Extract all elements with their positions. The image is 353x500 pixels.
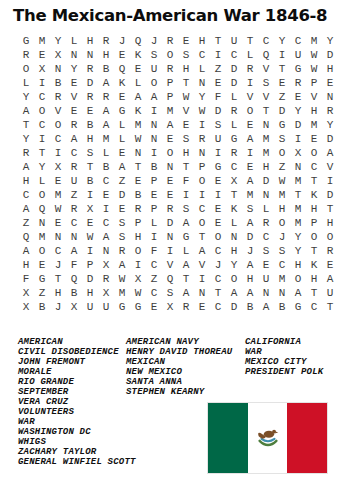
grid-cell[interactable]: Y bbox=[274, 34, 290, 48]
grid-cell[interactable]: E bbox=[162, 174, 178, 188]
grid-cell[interactable]: S bbox=[178, 132, 194, 146]
grid-cell[interactable]: R bbox=[82, 90, 98, 104]
grid-cell[interactable]: A bbox=[322, 272, 338, 286]
grid-cell[interactable]: G bbox=[178, 230, 194, 244]
grid-cell[interactable]: C bbox=[50, 244, 66, 258]
grid-cell[interactable]: M bbox=[258, 132, 274, 146]
grid-cell[interactable]: U bbox=[290, 48, 306, 62]
grid-cell[interactable]: V bbox=[306, 90, 322, 104]
grid-cell[interactable]: K bbox=[306, 258, 322, 272]
grid-cell[interactable]: C bbox=[66, 146, 82, 160]
grid-cell[interactable]: N bbox=[98, 244, 114, 258]
grid-cell[interactable]: A bbox=[290, 286, 306, 300]
grid-cell[interactable]: O bbox=[306, 230, 322, 244]
grid-cell[interactable]: H bbox=[82, 34, 98, 48]
grid-cell[interactable]: E bbox=[82, 216, 98, 230]
grid-cell[interactable]: Z bbox=[274, 90, 290, 104]
grid-cell[interactable]: A bbox=[18, 244, 34, 258]
grid-cell[interactable]: R bbox=[66, 118, 82, 132]
grid-cell[interactable]: H bbox=[194, 34, 210, 48]
grid-cell[interactable]: M bbox=[130, 118, 146, 132]
grid-cell[interactable]: T bbox=[306, 174, 322, 188]
grid-cell[interactable]: L bbox=[242, 48, 258, 62]
grid-cell[interactable]: I bbox=[322, 174, 338, 188]
grid-cell[interactable]: H bbox=[322, 216, 338, 230]
grid-cell[interactable]: Y bbox=[226, 258, 242, 272]
grid-cell[interactable]: R bbox=[66, 202, 82, 216]
grid-cell[interactable]: N bbox=[194, 286, 210, 300]
grid-cell[interactable]: D bbox=[226, 76, 242, 90]
grid-cell[interactable]: X bbox=[18, 300, 34, 314]
grid-cell[interactable]: K bbox=[114, 76, 130, 90]
grid-cell[interactable]: Q bbox=[66, 272, 82, 286]
grid-cell[interactable]: O bbox=[306, 146, 322, 160]
grid-cell[interactable]: U bbox=[98, 300, 114, 314]
grid-cell[interactable]: E bbox=[290, 90, 306, 104]
grid-cell[interactable]: R bbox=[322, 244, 338, 258]
grid-cell[interactable]: U bbox=[66, 174, 82, 188]
grid-cell[interactable]: D bbox=[290, 118, 306, 132]
grid-cell[interactable]: C bbox=[210, 244, 226, 258]
grid-cell[interactable]: R bbox=[162, 34, 178, 48]
grid-cell[interactable]: E bbox=[130, 174, 146, 188]
grid-cell[interactable]: W bbox=[306, 48, 322, 62]
grid-cell[interactable]: A bbox=[242, 132, 258, 146]
grid-cell[interactable]: B bbox=[82, 174, 98, 188]
grid-cell[interactable]: S bbox=[258, 244, 274, 258]
grid-cell[interactable]: A bbox=[178, 216, 194, 230]
grid-cell[interactable]: Y bbox=[18, 90, 34, 104]
grid-cell[interactable]: L bbox=[34, 174, 50, 188]
grid-cell[interactable]: A bbox=[114, 160, 130, 174]
grid-cell[interactable]: E bbox=[146, 188, 162, 202]
grid-cell[interactable]: L bbox=[114, 132, 130, 146]
grid-cell[interactable]: R bbox=[66, 160, 82, 174]
grid-cell[interactable]: Y bbox=[290, 244, 306, 258]
grid-cell[interactable]: B bbox=[50, 76, 66, 90]
grid-cell[interactable]: M bbox=[290, 174, 306, 188]
grid-cell[interactable]: T bbox=[18, 118, 34, 132]
grid-cell[interactable]: J bbox=[242, 244, 258, 258]
grid-cell[interactable]: E bbox=[210, 174, 226, 188]
grid-cell[interactable]: Q bbox=[18, 230, 34, 244]
grid-cell[interactable]: R bbox=[18, 48, 34, 62]
grid-cell[interactable]: R bbox=[290, 76, 306, 90]
grid-cell[interactable]: J bbox=[50, 258, 66, 272]
grid-cell[interactable]: W bbox=[306, 62, 322, 76]
grid-cell[interactable]: H bbox=[306, 104, 322, 118]
grid-cell[interactable]: Y bbox=[50, 34, 66, 48]
grid-cell[interactable]: D bbox=[210, 104, 226, 118]
grid-cell[interactable]: M bbox=[34, 230, 50, 244]
grid-cell[interactable]: F bbox=[178, 174, 194, 188]
grid-cell[interactable]: O bbox=[226, 272, 242, 286]
grid-cell[interactable]: C bbox=[274, 258, 290, 272]
grid-cell[interactable]: T bbox=[306, 244, 322, 258]
grid-cell[interactable]: E bbox=[274, 76, 290, 90]
grid-cell[interactable]: M bbox=[114, 286, 130, 300]
grid-cell[interactable]: C bbox=[290, 34, 306, 48]
grid-cell[interactable]: O bbox=[290, 272, 306, 286]
grid-cell[interactable]: E bbox=[242, 118, 258, 132]
grid-cell[interactable]: A bbox=[242, 174, 258, 188]
grid-cell[interactable]: P bbox=[306, 76, 322, 90]
grid-cell[interactable]: Q bbox=[162, 272, 178, 286]
grid-cell[interactable]: U bbox=[226, 34, 242, 48]
grid-cell[interactable]: W bbox=[82, 230, 98, 244]
grid-cell[interactable]: N bbox=[162, 230, 178, 244]
grid-cell[interactable]: T bbox=[210, 34, 226, 48]
grid-cell[interactable]: I bbox=[130, 258, 146, 272]
grid-cell[interactable]: N bbox=[290, 160, 306, 174]
grid-cell[interactable]: J bbox=[146, 34, 162, 48]
grid-cell[interactable]: E bbox=[162, 188, 178, 202]
grid-cell[interactable]: R bbox=[98, 90, 114, 104]
grid-cell[interactable]: D bbox=[274, 104, 290, 118]
grid-cell[interactable]: E bbox=[34, 48, 50, 62]
grid-cell[interactable]: E bbox=[114, 146, 130, 160]
grid-cell[interactable]: A bbox=[242, 286, 258, 300]
grid-cell[interactable]: I bbox=[34, 76, 50, 90]
grid-cell[interactable]: G bbox=[290, 300, 306, 314]
grid-cell[interactable]: H bbox=[322, 62, 338, 76]
grid-cell[interactable]: S bbox=[274, 244, 290, 258]
grid-cell[interactable]: E bbox=[130, 62, 146, 76]
grid-cell[interactable]: O bbox=[50, 118, 66, 132]
grid-cell[interactable]: F bbox=[66, 258, 82, 272]
grid-cell[interactable]: X bbox=[226, 174, 242, 188]
grid-cell[interactable]: A bbox=[66, 244, 82, 258]
grid-cell[interactable]: A bbox=[130, 90, 146, 104]
grid-cell[interactable]: K bbox=[130, 48, 146, 62]
grid-cell[interactable]: N bbox=[226, 230, 242, 244]
grid-cell[interactable]: C bbox=[258, 230, 274, 244]
grid-cell[interactable]: G bbox=[290, 62, 306, 76]
grid-cell[interactable]: X bbox=[50, 160, 66, 174]
grid-cell[interactable]: M bbox=[306, 34, 322, 48]
grid-cell[interactable]: G bbox=[274, 118, 290, 132]
grid-cell[interactable]: J bbox=[210, 258, 226, 272]
grid-cell[interactable]: Z bbox=[210, 62, 226, 76]
grid-cell[interactable]: P bbox=[146, 202, 162, 216]
grid-cell[interactable]: L bbox=[226, 90, 242, 104]
grid-cell[interactable]: G bbox=[114, 300, 130, 314]
grid-cell[interactable]: N bbox=[162, 160, 178, 174]
grid-cell[interactable]: W bbox=[114, 272, 130, 286]
grid-cell[interactable]: I bbox=[34, 132, 50, 146]
grid-cell[interactable]: R bbox=[50, 90, 66, 104]
grid-cell[interactable]: E bbox=[322, 76, 338, 90]
grid-cell[interactable]: Y bbox=[66, 62, 82, 76]
grid-cell[interactable]: Z bbox=[34, 286, 50, 300]
grid-cell[interactable]: A bbox=[226, 286, 242, 300]
grid-cell[interactable]: G bbox=[114, 104, 130, 118]
grid-cell[interactable]: Y bbox=[322, 34, 338, 48]
grid-cell[interactable]: Y bbox=[34, 160, 50, 174]
grid-cell[interactable]: E bbox=[258, 258, 274, 272]
grid-cell[interactable]: S bbox=[274, 132, 290, 146]
grid-cell[interactable]: I bbox=[146, 230, 162, 244]
grid-cell[interactable]: D bbox=[162, 216, 178, 230]
grid-cell[interactable]: N bbox=[258, 118, 274, 132]
grid-cell[interactable]: C bbox=[50, 132, 66, 146]
grid-cell[interactable]: C bbox=[34, 118, 50, 132]
grid-cell[interactable]: R bbox=[114, 244, 130, 258]
grid-cell[interactable]: L bbox=[66, 34, 82, 48]
grid-cell[interactable]: T bbox=[242, 34, 258, 48]
grid-cell[interactable]: E bbox=[162, 132, 178, 146]
grid-cell[interactable]: E bbox=[66, 104, 82, 118]
grid-cell[interactable]: R bbox=[130, 202, 146, 216]
grid-cell[interactable]: H bbox=[226, 244, 242, 258]
grid-cell[interactable]: M bbox=[290, 216, 306, 230]
grid-cell[interactable]: D bbox=[226, 300, 242, 314]
grid-cell[interactable]: R bbox=[98, 272, 114, 286]
grid-cell[interactable]: M bbox=[290, 202, 306, 216]
grid-cell[interactable]: C bbox=[18, 188, 34, 202]
grid-cell[interactable]: S bbox=[242, 202, 258, 216]
grid-cell[interactable]: R bbox=[82, 62, 98, 76]
grid-cell[interactable]: O bbox=[146, 76, 162, 90]
grid-cell[interactable]: O bbox=[162, 146, 178, 160]
grid-cell[interactable]: R bbox=[322, 104, 338, 118]
grid-cell[interactable]: I bbox=[98, 202, 114, 216]
grid-cell[interactable]: O bbox=[34, 188, 50, 202]
grid-cell[interactable]: B bbox=[130, 188, 146, 202]
grid-cell[interactable]: A bbox=[178, 258, 194, 272]
grid-cell[interactable]: M bbox=[274, 272, 290, 286]
grid-cell[interactable]: N bbox=[66, 230, 82, 244]
grid-cell[interactable]: P bbox=[82, 258, 98, 272]
grid-cell[interactable]: B bbox=[66, 286, 82, 300]
grid-cell[interactable]: A bbox=[18, 104, 34, 118]
grid-cell[interactable]: R bbox=[194, 132, 210, 146]
grid-cell[interactable]: D bbox=[242, 230, 258, 244]
grid-cell[interactable]: U bbox=[146, 62, 162, 76]
grid-cell[interactable]: Y bbox=[290, 104, 306, 118]
grid-cell[interactable]: W bbox=[130, 286, 146, 300]
grid-cell[interactable]: C bbox=[226, 160, 242, 174]
grid-cell[interactable]: L bbox=[226, 118, 242, 132]
grid-cell[interactable]: D bbox=[322, 132, 338, 146]
grid-cell[interactable]: O bbox=[34, 104, 50, 118]
grid-cell[interactable]: S bbox=[258, 76, 274, 90]
grid-cell[interactable]: E bbox=[114, 48, 130, 62]
grid-cell[interactable]: G bbox=[130, 300, 146, 314]
grid-cell[interactable]: U bbox=[82, 300, 98, 314]
grid-cell[interactable]: I bbox=[210, 48, 226, 62]
grid-cell[interactable]: T bbox=[258, 104, 274, 118]
grid-cell[interactable]: R bbox=[258, 216, 274, 230]
grid-cell[interactable]: M bbox=[242, 188, 258, 202]
grid-cell[interactable]: B bbox=[242, 300, 258, 314]
grid-cell[interactable]: O bbox=[322, 230, 338, 244]
grid-cell[interactable]: S bbox=[178, 202, 194, 216]
grid-cell[interactable]: O bbox=[194, 174, 210, 188]
grid-cell[interactable]: C bbox=[34, 90, 50, 104]
grid-cell[interactable]: Q bbox=[258, 48, 274, 62]
grid-cell[interactable]: N bbox=[130, 146, 146, 160]
grid-cell[interactable]: Z bbox=[18, 216, 34, 230]
grid-cell[interactable]: S bbox=[114, 216, 130, 230]
grid-cell[interactable]: D bbox=[82, 76, 98, 90]
grid-cell[interactable]: A bbox=[114, 258, 130, 272]
grid-cell[interactable]: L bbox=[18, 76, 34, 90]
grid-cell[interactable]: N bbox=[50, 62, 66, 76]
grid-cell[interactable]: X bbox=[82, 202, 98, 216]
grid-cell[interactable]: H bbox=[178, 146, 194, 160]
grid-cell[interactable]: N bbox=[34, 216, 50, 230]
grid-cell[interactable]: O bbox=[210, 230, 226, 244]
grid-cell[interactable]: Y bbox=[290, 230, 306, 244]
grid-cell[interactable]: E bbox=[50, 174, 66, 188]
grid-cell[interactable]: U bbox=[258, 272, 274, 286]
grid-cell[interactable]: T bbox=[322, 300, 338, 314]
grid-cell[interactable]: I bbox=[194, 188, 210, 202]
grid-cell[interactable]: P bbox=[306, 216, 322, 230]
grid-cell[interactable]: V bbox=[50, 104, 66, 118]
grid-cell[interactable]: X bbox=[50, 48, 66, 62]
grid-cell[interactable]: E bbox=[210, 202, 226, 216]
grid-cell[interactable]: H bbox=[306, 202, 322, 216]
grid-cell[interactable]: E bbox=[178, 34, 194, 48]
grid-cell[interactable]: V bbox=[258, 90, 274, 104]
grid-cell[interactable]: L bbox=[98, 146, 114, 160]
grid-cell[interactable]: M bbox=[162, 104, 178, 118]
grid-cell[interactable]: O bbox=[274, 216, 290, 230]
grid-cell[interactable]: I bbox=[50, 146, 66, 160]
grid-cell[interactable]: A bbox=[98, 118, 114, 132]
grid-cell[interactable]: I bbox=[82, 188, 98, 202]
grid-cell[interactable]: H bbox=[130, 230, 146, 244]
grid-cell[interactable]: X bbox=[290, 146, 306, 160]
grid-cell[interactable]: B bbox=[98, 62, 114, 76]
grid-cell[interactable]: L bbox=[146, 216, 162, 230]
grid-cell[interactable]: I bbox=[178, 188, 194, 202]
grid-cell[interactable]: X bbox=[18, 286, 34, 300]
grid-cell[interactable]: G bbox=[18, 34, 34, 48]
grid-cell[interactable]: A bbox=[98, 76, 114, 90]
grid-cell[interactable]: W bbox=[178, 90, 194, 104]
grid-cell[interactable]: I bbox=[162, 244, 178, 258]
grid-cell[interactable]: O bbox=[274, 146, 290, 160]
grid-cell[interactable]: I bbox=[274, 48, 290, 62]
grid-cell[interactable]: N bbox=[194, 146, 210, 160]
grid-cell[interactable]: P bbox=[130, 216, 146, 230]
grid-cell[interactable]: N bbox=[194, 76, 210, 90]
grid-cell[interactable]: N bbox=[322, 90, 338, 104]
grid-cell[interactable]: J bbox=[274, 230, 290, 244]
grid-cell[interactable]: C bbox=[226, 48, 242, 62]
grid-cell[interactable]: D bbox=[226, 62, 242, 76]
grid-cell[interactable]: C bbox=[66, 216, 82, 230]
grid-cell[interactable]: E bbox=[114, 90, 130, 104]
grid-cell[interactable]: L bbox=[258, 202, 274, 216]
grid-cell[interactable]: E bbox=[306, 132, 322, 146]
grid-cell[interactable]: N bbox=[50, 230, 66, 244]
grid-cell[interactable]: O bbox=[18, 62, 34, 76]
grid-cell[interactable]: S bbox=[82, 146, 98, 160]
grid-cell[interactable]: F bbox=[210, 90, 226, 104]
grid-cell[interactable]: S bbox=[178, 48, 194, 62]
grid-cell[interactable]: P bbox=[194, 160, 210, 174]
grid-cell[interactable]: D bbox=[114, 188, 130, 202]
grid-cell[interactable]: M bbox=[306, 118, 322, 132]
grid-cell[interactable]: R bbox=[18, 146, 34, 160]
grid-cell[interactable]: M bbox=[274, 188, 290, 202]
grid-cell[interactable]: A bbox=[194, 244, 210, 258]
grid-cell[interactable]: E bbox=[210, 216, 226, 230]
grid-cell[interactable]: N bbox=[258, 188, 274, 202]
grid-cell[interactable]: X bbox=[66, 300, 82, 314]
grid-cell[interactable]: C bbox=[258, 34, 274, 48]
grid-cell[interactable]: N bbox=[82, 48, 98, 62]
grid-cell[interactable]: L bbox=[194, 62, 210, 76]
grid-cell[interactable]: N bbox=[274, 286, 290, 300]
grid-cell[interactable]: A bbox=[18, 202, 34, 216]
grid-cell[interactable]: X bbox=[34, 62, 50, 76]
grid-cell[interactable]: Q bbox=[130, 34, 146, 48]
grid-cell[interactable]: X bbox=[98, 286, 114, 300]
grid-cell[interactable]: N bbox=[146, 118, 162, 132]
grid-cell[interactable]: T bbox=[306, 286, 322, 300]
grid-cell[interactable]: H bbox=[18, 174, 34, 188]
grid-cell[interactable]: T bbox=[50, 272, 66, 286]
grid-cell[interactable]: T bbox=[178, 76, 194, 90]
grid-cell[interactable]: X bbox=[162, 300, 178, 314]
grid-cell[interactable]: R bbox=[178, 300, 194, 314]
grid-cell[interactable]: H bbox=[258, 160, 274, 174]
grid-cell[interactable]: E bbox=[242, 160, 258, 174]
grid-cell[interactable]: T bbox=[290, 188, 306, 202]
grid-cell[interactable]: R bbox=[242, 62, 258, 76]
grid-cell[interactable]: H bbox=[178, 62, 194, 76]
grid-cell[interactable]: E bbox=[98, 188, 114, 202]
grid-cell[interactable]: I bbox=[242, 76, 258, 90]
grid-cell[interactable]: L bbox=[130, 76, 146, 90]
grid-cell[interactable]: W bbox=[130, 132, 146, 146]
grid-cell[interactable]: W bbox=[50, 202, 66, 216]
grid-cell[interactable]: P bbox=[162, 90, 178, 104]
grid-cell[interactable]: U bbox=[322, 286, 338, 300]
grid-cell[interactable]: Z bbox=[114, 174, 130, 188]
grid-cell[interactable]: M bbox=[98, 132, 114, 146]
grid-cell[interactable]: X bbox=[98, 258, 114, 272]
grid-cell[interactable]: A bbox=[18, 160, 34, 174]
grid-cell[interactable]: R bbox=[162, 62, 178, 76]
grid-cell[interactable]: H bbox=[82, 132, 98, 146]
grid-cell[interactable]: Y bbox=[18, 132, 34, 146]
grid-cell[interactable]: B bbox=[98, 160, 114, 174]
grid-cell[interactable]: E bbox=[66, 76, 82, 90]
grid-cell[interactable]: S bbox=[210, 118, 226, 132]
grid-cell[interactable]: I bbox=[146, 104, 162, 118]
grid-cell[interactable]: A bbox=[162, 118, 178, 132]
grid-cell[interactable]: G bbox=[226, 132, 242, 146]
grid-cell[interactable]: T bbox=[130, 160, 146, 174]
grid-cell[interactable]: F bbox=[18, 272, 34, 286]
grid-cell[interactable]: B bbox=[82, 118, 98, 132]
grid-cell[interactable]: U bbox=[210, 132, 226, 146]
grid-cell[interactable]: M bbox=[50, 188, 66, 202]
grid-cell[interactable]: C bbox=[306, 160, 322, 174]
grid-cell[interactable]: G bbox=[34, 272, 50, 286]
grid-cell[interactable]: S bbox=[114, 230, 130, 244]
grid-cell[interactable]: J bbox=[50, 300, 66, 314]
grid-cell[interactable]: V bbox=[258, 62, 274, 76]
grid-cell[interactable]: D bbox=[322, 188, 338, 202]
grid-cell[interactable]: H bbox=[290, 258, 306, 272]
